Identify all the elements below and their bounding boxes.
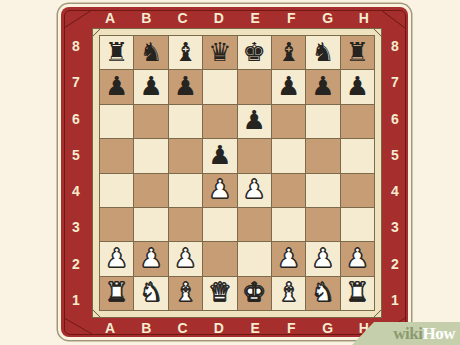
rank-label-1: 1 xyxy=(391,292,399,308)
square-b1: ♞ xyxy=(134,277,167,310)
file-label-D: D xyxy=(201,10,237,26)
square-c6 xyxy=(169,105,202,138)
piece-white-queen: ♛ xyxy=(208,279,231,305)
square-h4 xyxy=(341,174,374,207)
rank-label-1: 1 xyxy=(72,292,80,308)
square-b4 xyxy=(134,174,167,207)
file-label-H: H xyxy=(346,10,382,26)
square-d3 xyxy=(203,208,236,241)
piece-white-rook: ♜ xyxy=(346,279,369,305)
square-e1: ♚ xyxy=(238,277,271,310)
piece-black-pawn: ♟ xyxy=(346,73,369,99)
square-d7 xyxy=(203,70,236,103)
square-f2: ♟ xyxy=(272,242,305,275)
frame-mitre-top-right xyxy=(381,10,405,28)
square-h3 xyxy=(341,208,374,241)
rank-labels-left: 87654321 xyxy=(63,28,89,318)
square-f8: ♝ xyxy=(272,36,305,69)
piece-white-pawn: ♟ xyxy=(208,176,231,202)
square-c1: ♝ xyxy=(169,277,202,310)
frame-mitre-bottom-left xyxy=(64,318,92,334)
file-label-F: F xyxy=(273,10,309,26)
rank-label-4: 4 xyxy=(72,183,80,199)
piece-black-knight: ♞ xyxy=(139,39,162,65)
piece-black-pawn: ♟ xyxy=(311,73,334,99)
piece-black-pawn: ♟ xyxy=(277,73,300,99)
piece-black-pawn: ♟ xyxy=(208,142,231,168)
square-h2: ♟ xyxy=(341,242,374,275)
chess-board: ♜♞♝♛♚♝♞♜♟♟♟♟♟♟♟♟♟♟♟♟♟♟♟♟♜♞♝♛♚♝♞♜ xyxy=(99,35,375,311)
piece-white-pawn: ♟ xyxy=(311,245,334,271)
rank-label-2: 2 xyxy=(72,256,80,272)
square-a7: ♟ xyxy=(100,70,133,103)
file-labels-top: ABCDEFGH xyxy=(92,7,382,28)
square-g2: ♟ xyxy=(306,242,339,275)
square-d5: ♟ xyxy=(203,139,236,172)
board-bevel: ♜♞♝♛♚♝♞♜♟♟♟♟♟♟♟♟♟♟♟♟♟♟♟♟♜♞♝♛♚♝♞♜ xyxy=(92,28,382,318)
piece-black-bishop: ♝ xyxy=(277,39,300,65)
piece-black-rook: ♜ xyxy=(346,39,369,65)
square-g7: ♟ xyxy=(306,70,339,103)
square-h1: ♜ xyxy=(341,277,374,310)
file-label-F: F xyxy=(273,320,309,336)
file-label-C: C xyxy=(165,10,201,26)
square-h6 xyxy=(341,105,374,138)
square-b3 xyxy=(134,208,167,241)
square-b7: ♟ xyxy=(134,70,167,103)
square-b8: ♞ xyxy=(134,36,167,69)
rank-label-4: 4 xyxy=(391,183,399,199)
rank-label-6: 6 xyxy=(391,111,399,127)
file-label-E: E xyxy=(237,320,273,336)
square-h5 xyxy=(341,139,374,172)
file-labels-bottom: ABCDEFGH xyxy=(92,318,382,337)
square-g3 xyxy=(306,208,339,241)
square-f6 xyxy=(272,105,305,138)
rank-label-7: 7 xyxy=(391,74,399,90)
square-e8: ♚ xyxy=(238,36,271,69)
file-label-B: B xyxy=(128,320,164,336)
square-a5 xyxy=(100,139,133,172)
rank-label-3: 3 xyxy=(72,219,80,235)
square-e6: ♟ xyxy=(238,105,271,138)
watermark-how-text: How xyxy=(423,324,456,344)
file-label-A: A xyxy=(92,10,128,26)
piece-white-knight: ♞ xyxy=(311,279,334,305)
file-label-D: D xyxy=(201,320,237,336)
rank-label-8: 8 xyxy=(391,38,399,54)
square-f4 xyxy=(272,174,305,207)
square-g5 xyxy=(306,139,339,172)
piece-white-rook: ♜ xyxy=(105,279,128,305)
square-b6 xyxy=(134,105,167,138)
piece-black-pawn: ♟ xyxy=(139,73,162,99)
rank-label-2: 2 xyxy=(391,256,399,272)
piece-black-king: ♚ xyxy=(243,39,266,65)
piece-white-pawn: ♟ xyxy=(139,245,162,271)
watermark-wiki-text: wiki xyxy=(393,324,422,344)
file-label-C: C xyxy=(165,320,201,336)
square-a6 xyxy=(100,105,133,138)
square-c4 xyxy=(169,174,202,207)
piece-white-bishop: ♝ xyxy=(277,279,300,305)
square-e7 xyxy=(238,70,271,103)
square-h7: ♟ xyxy=(341,70,374,103)
piece-black-pawn: ♟ xyxy=(105,73,128,99)
rank-label-6: 6 xyxy=(72,111,80,127)
square-f5 xyxy=(272,139,305,172)
square-g6 xyxy=(306,105,339,138)
piece-white-pawn: ♟ xyxy=(174,245,197,271)
square-c2: ♟ xyxy=(169,242,202,275)
square-f3 xyxy=(272,208,305,241)
file-label-G: G xyxy=(310,10,346,26)
rank-label-8: 8 xyxy=(72,38,80,54)
piece-white-pawn: ♟ xyxy=(105,245,128,271)
piece-white-pawn: ♟ xyxy=(243,176,266,202)
rank-label-7: 7 xyxy=(72,74,80,90)
square-b5 xyxy=(134,139,167,172)
square-f1: ♝ xyxy=(272,277,305,310)
square-g8: ♞ xyxy=(306,36,339,69)
square-c7: ♟ xyxy=(169,70,202,103)
square-c3 xyxy=(169,208,202,241)
square-d1: ♛ xyxy=(203,277,236,310)
square-b2: ♟ xyxy=(134,242,167,275)
file-label-B: B xyxy=(128,10,164,26)
square-d4: ♟ xyxy=(203,174,236,207)
square-a3 xyxy=(100,208,133,241)
piece-white-pawn: ♟ xyxy=(277,245,300,271)
square-a4 xyxy=(100,174,133,207)
piece-white-king: ♚ xyxy=(243,279,266,305)
square-g4 xyxy=(306,174,339,207)
board-frame: ABCDEFGH ABCDEFGH 87654321 87654321 ♜♞♝♛… xyxy=(61,7,408,337)
square-a1: ♜ xyxy=(100,277,133,310)
square-c5 xyxy=(169,139,202,172)
square-d2 xyxy=(203,242,236,275)
piece-black-bishop: ♝ xyxy=(174,39,197,65)
rank-label-5: 5 xyxy=(72,147,80,163)
square-d6 xyxy=(203,105,236,138)
piece-black-pawn: ♟ xyxy=(174,73,197,99)
piece-black-pawn: ♟ xyxy=(243,107,266,133)
square-a2: ♟ xyxy=(100,242,133,275)
square-e4: ♟ xyxy=(238,174,271,207)
square-a8: ♜ xyxy=(100,36,133,69)
frame-mitre-top-left xyxy=(64,10,92,28)
chess-diagram: ABCDEFGH ABCDEFGH 87654321 87654321 ♜♞♝♛… xyxy=(0,0,460,345)
piece-white-knight: ♞ xyxy=(139,279,162,305)
square-f7: ♟ xyxy=(272,70,305,103)
square-h8: ♜ xyxy=(341,36,374,69)
file-label-E: E xyxy=(237,10,273,26)
piece-black-queen: ♛ xyxy=(208,39,231,65)
piece-white-pawn: ♟ xyxy=(346,245,369,271)
piece-black-knight: ♞ xyxy=(311,39,334,65)
square-e3 xyxy=(238,208,271,241)
square-e2 xyxy=(238,242,271,275)
square-e5 xyxy=(238,139,271,172)
file-label-A: A xyxy=(92,320,128,336)
file-label-G: G xyxy=(310,320,346,336)
piece-white-bishop: ♝ xyxy=(174,279,197,305)
square-c8: ♝ xyxy=(169,36,202,69)
rank-label-5: 5 xyxy=(391,147,399,163)
square-g1: ♞ xyxy=(306,277,339,310)
square-d8: ♛ xyxy=(203,36,236,69)
piece-black-rook: ♜ xyxy=(105,39,128,65)
rank-label-3: 3 xyxy=(391,219,399,235)
rank-labels-right: 87654321 xyxy=(382,28,408,318)
